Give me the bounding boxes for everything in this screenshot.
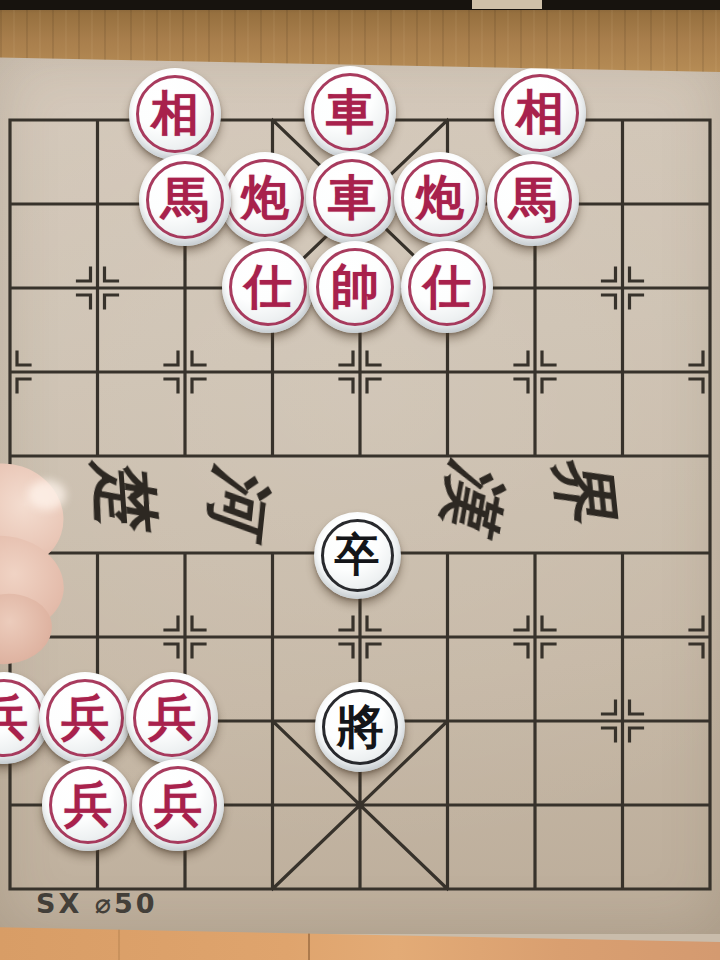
- piece-red-chariot[interactable]: 車: [304, 66, 396, 158]
- piece-character: 將: [337, 703, 384, 750]
- piece-red-chariot[interactable]: 車: [306, 152, 398, 244]
- piece-red-horse[interactable]: 馬: [139, 154, 231, 246]
- piece-black-general[interactable]: 將: [315, 682, 405, 772]
- piece-character: 相: [151, 89, 199, 137]
- piece-red-general[interactable]: 帥: [309, 241, 401, 333]
- board-size-marking: SX ⌀50: [36, 888, 158, 919]
- piece-red-horse[interactable]: 馬: [487, 154, 579, 246]
- piece-character: 帥: [331, 262, 379, 310]
- piece-character: 兵: [154, 780, 202, 828]
- piece-character: 車: [326, 87, 374, 135]
- river-character: 楚: [90, 457, 160, 527]
- piece-red-soldier[interactable]: 兵: [39, 672, 131, 764]
- piece-character: 卒: [335, 532, 380, 577]
- river-character: 河: [204, 463, 277, 536]
- piece-character: 兵: [64, 780, 112, 828]
- piece-character: 相: [516, 88, 564, 136]
- finger-highlight: [28, 480, 66, 510]
- river-character: 界: [549, 452, 622, 525]
- piece-character: 炮: [416, 173, 464, 221]
- piece-red-elephant[interactable]: 相: [129, 68, 221, 160]
- piece-character: 兵: [61, 693, 109, 741]
- piece-red-soldier[interactable]: 兵: [126, 672, 218, 764]
- table-edge-shadow: [0, 0, 720, 10]
- piece-red-soldier[interactable]: 兵: [132, 759, 224, 851]
- piece-red-elephant[interactable]: 相: [494, 67, 586, 159]
- river-character: 漢: [436, 457, 512, 533]
- piece-character: 仕: [423, 262, 471, 310]
- piece-character: 兵: [148, 693, 196, 741]
- piece-character: 馬: [161, 175, 209, 223]
- piece-character: 馬: [509, 175, 557, 223]
- piece-character: 兵: [0, 693, 28, 741]
- piece-black-soldier[interactable]: 卒: [314, 512, 401, 599]
- piece-red-advisor[interactable]: 仕: [222, 241, 314, 333]
- piece-red-cannon[interactable]: 炮: [219, 152, 311, 244]
- piece-character: 仕: [244, 262, 292, 310]
- piece-character: 車: [328, 173, 376, 221]
- piece-red-soldier[interactable]: 兵: [42, 759, 134, 851]
- piece-red-cannon[interactable]: 炮: [394, 152, 486, 244]
- piece-character: 炮: [241, 173, 289, 221]
- table-edge-notch: [472, 0, 542, 9]
- finger: [0, 452, 90, 642]
- piece-red-advisor[interactable]: 仕: [401, 241, 493, 333]
